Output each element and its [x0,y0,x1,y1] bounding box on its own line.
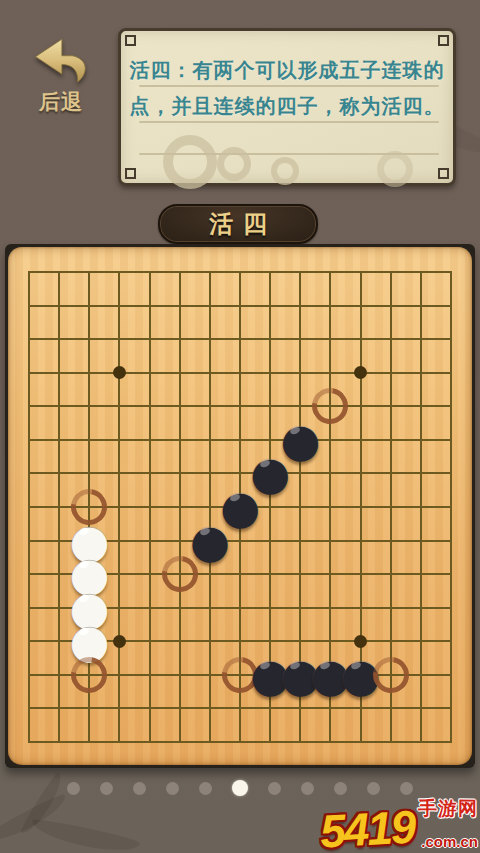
win-point-marker [64,482,114,532]
star-point [234,501,247,514]
board-frame: ●●●●●●●●●●●● [5,244,475,768]
pagination-dot[interactable] [67,782,80,795]
watermark-site-name: 手游网 [418,796,478,822]
grid-line [28,607,452,609]
pagination-dot[interactable] [400,782,413,795]
grid-line [28,540,452,542]
grid-line [360,271,362,743]
star-point [113,635,126,648]
pagination-dot[interactable] [301,782,314,795]
star-point [113,366,126,379]
pagination-dot[interactable] [268,782,281,795]
tutorial-text-line1: 活四：有两个可以形成五子连珠的 [121,57,453,84]
grid-line [28,741,452,743]
gomoku-board: ●●●●●●●●●●●● [8,247,472,765]
lesson-title: 活四 [199,208,277,240]
pagination-dot[interactable] [133,782,146,795]
win-point-marker [64,650,114,700]
cloud-decor [377,151,413,187]
tutorial-panel: 活四：有两个可以形成五子连珠的 点，并且连续的四子，称为活四。 [118,28,456,186]
grid-line [420,271,422,743]
pagination-dot[interactable] [334,782,347,795]
corner-ornament [438,35,449,46]
star-point [354,366,367,379]
ruled-line [139,121,439,123]
watermark: 5419 手游网 .com.cn [320,794,478,850]
grid-line [28,707,452,709]
board-grid: ●●●●●●●●●●●● [29,272,451,742]
grid-line [450,271,452,743]
cloud-decor [163,135,217,189]
win-point-marker [155,549,205,599]
corner-ornament [125,168,136,179]
win-point-marker [366,650,416,700]
app-screen: 后退 活四：有两个可以形成五子连珠的 点，并且连续的四子，称为活四。 活四 ●●… [0,0,480,853]
win-point-marker [215,650,265,700]
pagination-dot[interactable] [199,782,212,795]
star-point [354,635,367,648]
pagination-dot[interactable] [367,782,380,795]
pagination-dot-active[interactable] [232,780,248,796]
back-arrow-icon [26,38,96,84]
ruled-line [139,153,439,155]
grid-line [269,271,271,743]
corner-ornament [438,168,449,179]
ruled-line [139,85,439,87]
lesson-title-banner: 活四 [158,204,318,244]
grid-line [299,271,301,743]
grid-line [28,640,452,642]
pagination-dot[interactable] [100,782,113,795]
grid-line [28,573,452,575]
watermark-domain: .com.cn [421,833,478,850]
tutorial-text-line2: 点，并且连续的四子，称为活四。 [121,93,453,120]
watermark-logo-text: 5419 [319,800,416,853]
corner-ornament [125,35,136,46]
grid-line [329,271,331,743]
back-label: 后退 [26,88,96,116]
pagination-dot[interactable] [166,782,179,795]
win-point-marker [305,381,355,431]
cloud-decor [271,157,299,185]
bamboo-decor [29,817,140,853]
back-button[interactable]: 后退 [26,38,96,116]
